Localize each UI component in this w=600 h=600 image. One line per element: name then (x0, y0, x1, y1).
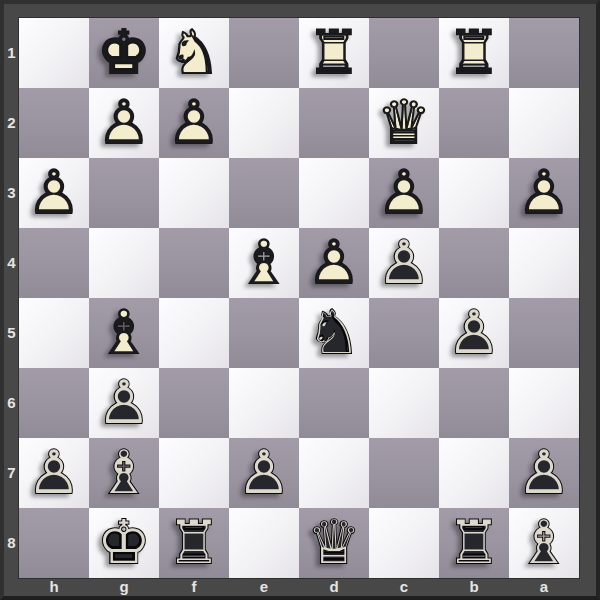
board: ♚♔♞♘♜♖♜♖♟♙♟♙♛♕♟♙♟♙♟♙♝♗♟♙♟♙♝♗♞♘♟♙♟♙♟♙♝♗♟♙… (19, 18, 579, 578)
piece-white-pawn-g2[interactable]: ♟♙ (89, 88, 159, 158)
piece-glyph-fill: ♟ (89, 368, 159, 438)
file-label-h: h (19, 578, 89, 596)
piece-white-bishop-e4[interactable]: ♝♗ (229, 228, 299, 298)
piece-glyph-outline: ♘ (159, 18, 229, 88)
piece-glyph-outline: ♗ (89, 298, 159, 368)
piece-glyph-outline: ♙ (19, 158, 89, 228)
file-label-g: g (89, 578, 159, 596)
piece-glyph-outline: ♙ (89, 368, 159, 438)
rank-label-3: 3 (4, 158, 19, 228)
piece-glyph-outline: ♙ (299, 228, 369, 298)
square-f8[interactable]: ♜♖ (159, 508, 229, 578)
rank-label-4: 4 (4, 228, 19, 298)
piece-white-pawn-f2[interactable]: ♟♙ (159, 88, 229, 158)
square-f7[interactable] (159, 438, 229, 508)
square-d5[interactable]: ♞♘ (299, 298, 369, 368)
square-h4[interactable] (19, 228, 89, 298)
square-c8[interactable] (369, 508, 439, 578)
rank-label-2: 2 (4, 88, 19, 158)
piece-black-rook-b8[interactable]: ♜♖ (439, 508, 509, 578)
square-g6[interactable]: ♟♙ (89, 368, 159, 438)
square-b8[interactable]: ♜♖ (439, 508, 509, 578)
piece-glyph-fill: ♝ (229, 228, 299, 298)
piece-glyph-fill: ♜ (159, 508, 229, 578)
square-d1[interactable]: ♜♖ (299, 18, 369, 88)
piece-glyph-outline: ♗ (229, 228, 299, 298)
square-f5[interactable] (159, 298, 229, 368)
piece-white-king-g1[interactable]: ♚♔ (89, 18, 159, 88)
piece-glyph-outline: ♕ (299, 508, 369, 578)
piece-glyph-fill: ♝ (509, 508, 579, 578)
piece-glyph-outline: ♙ (509, 158, 579, 228)
square-d8[interactable]: ♛♕ (299, 508, 369, 578)
piece-glyph-fill: ♚ (89, 18, 159, 88)
square-e6[interactable] (229, 368, 299, 438)
piece-glyph-fill: ♟ (229, 438, 299, 508)
file-label-f: f (159, 578, 229, 596)
square-h5[interactable] (19, 298, 89, 368)
piece-white-rook-d1[interactable]: ♜♖ (299, 18, 369, 88)
square-f4[interactable] (159, 228, 229, 298)
piece-glyph-outline: ♖ (439, 18, 509, 88)
piece-white-bishop-g5[interactable]: ♝♗ (89, 298, 159, 368)
file-label-b: b (439, 578, 509, 596)
square-g7[interactable]: ♝♗ (89, 438, 159, 508)
piece-glyph-fill: ♞ (159, 18, 229, 88)
square-a6[interactable] (509, 368, 579, 438)
piece-glyph-outline: ♖ (439, 508, 509, 578)
square-d2[interactable] (299, 88, 369, 158)
square-c7[interactable] (369, 438, 439, 508)
square-a7[interactable]: ♟♙ (509, 438, 579, 508)
square-a8[interactable]: ♝♗ (509, 508, 579, 578)
piece-glyph-fill: ♝ (89, 298, 159, 368)
piece-glyph-outline: ♙ (439, 298, 509, 368)
square-a4[interactable] (509, 228, 579, 298)
square-b6[interactable] (439, 368, 509, 438)
piece-glyph-fill: ♟ (19, 438, 89, 508)
piece-glyph-fill: ♜ (439, 508, 509, 578)
piece-glyph-fill: ♟ (369, 228, 439, 298)
piece-black-pawn-g6[interactable]: ♟♙ (89, 368, 159, 438)
square-e5[interactable] (229, 298, 299, 368)
square-e1[interactable] (229, 18, 299, 88)
piece-glyph-fill: ♟ (369, 158, 439, 228)
square-c4[interactable]: ♟♙ (369, 228, 439, 298)
rank-label-1: 1 (4, 18, 19, 88)
square-b3[interactable] (439, 158, 509, 228)
square-b1[interactable]: ♜♖ (439, 18, 509, 88)
piece-black-pawn-e7[interactable]: ♟♙ (229, 438, 299, 508)
piece-glyph-fill: ♛ (369, 88, 439, 158)
piece-glyph-fill: ♟ (299, 228, 369, 298)
piece-glyph-outline: ♔ (89, 508, 159, 578)
rank-label-6: 6 (4, 368, 19, 438)
square-b5[interactable]: ♟♙ (439, 298, 509, 368)
square-e2[interactable] (229, 88, 299, 158)
square-e7[interactable]: ♟♙ (229, 438, 299, 508)
rank-label-7: 7 (4, 438, 19, 508)
square-d6[interactable] (299, 368, 369, 438)
square-b4[interactable] (439, 228, 509, 298)
piece-glyph-outline: ♙ (19, 438, 89, 508)
piece-black-pawn-c4[interactable]: ♟♙ (369, 228, 439, 298)
piece-white-pawn-c3[interactable]: ♟♙ (369, 158, 439, 228)
square-d7[interactable] (299, 438, 369, 508)
square-h8[interactable] (19, 508, 89, 578)
piece-glyph-fill: ♟ (509, 158, 579, 228)
file-label-d: d (299, 578, 369, 596)
piece-glyph-fill: ♞ (299, 298, 369, 368)
chessboard-frame: ♚♔♞♘♜♖♜♖♟♙♟♙♛♕♟♙♟♙♟♙♝♗♟♙♟♙♝♗♞♘♟♙♟♙♟♙♝♗♟♙… (0, 0, 600, 600)
piece-glyph-fill: ♟ (159, 88, 229, 158)
square-c6[interactable] (369, 368, 439, 438)
square-f2[interactable]: ♟♙ (159, 88, 229, 158)
piece-glyph-outline: ♗ (89, 438, 159, 508)
piece-white-pawn-a3[interactable]: ♟♙ (509, 158, 579, 228)
square-b7[interactable] (439, 438, 509, 508)
piece-glyph-outline: ♙ (369, 228, 439, 298)
square-f1[interactable]: ♞♘ (159, 18, 229, 88)
piece-glyph-fill: ♛ (299, 508, 369, 578)
piece-white-rook-b1[interactable]: ♜♖ (439, 18, 509, 88)
piece-white-queen-c2[interactable]: ♛♕ (369, 88, 439, 158)
piece-glyph-outline: ♔ (89, 18, 159, 88)
piece-glyph-outline: ♖ (159, 508, 229, 578)
piece-glyph-fill: ♟ (509, 438, 579, 508)
square-h1[interactable] (19, 18, 89, 88)
square-f6[interactable] (159, 368, 229, 438)
square-c5[interactable] (369, 298, 439, 368)
piece-black-bishop-a8[interactable]: ♝♗ (509, 508, 579, 578)
square-a5[interactable] (509, 298, 579, 368)
piece-glyph-fill: ♜ (299, 18, 369, 88)
square-a3[interactable]: ♟♙ (509, 158, 579, 228)
square-d4[interactable]: ♟♙ (299, 228, 369, 298)
square-g2[interactable]: ♟♙ (89, 88, 159, 158)
square-d3[interactable] (299, 158, 369, 228)
piece-glyph-outline: ♗ (509, 508, 579, 578)
square-h7[interactable]: ♟♙ (19, 438, 89, 508)
piece-glyph-outline: ♙ (369, 158, 439, 228)
piece-black-queen-d8[interactable]: ♛♕ (299, 508, 369, 578)
square-g8[interactable]: ♚♔ (89, 508, 159, 578)
square-f3[interactable] (159, 158, 229, 228)
square-c1[interactable] (369, 18, 439, 88)
square-g1[interactable]: ♚♔ (89, 18, 159, 88)
square-c2[interactable]: ♛♕ (369, 88, 439, 158)
square-a2[interactable] (509, 88, 579, 158)
piece-glyph-fill: ♝ (89, 438, 159, 508)
file-label-c: c (369, 578, 439, 596)
piece-black-knight-d5[interactable]: ♞♘ (299, 298, 369, 368)
square-e8[interactable] (229, 508, 299, 578)
piece-black-pawn-h7[interactable]: ♟♙ (19, 438, 89, 508)
square-h3[interactable]: ♟♙ (19, 158, 89, 228)
file-label-e: e (229, 578, 299, 596)
square-e4[interactable]: ♝♗ (229, 228, 299, 298)
piece-black-king-g8[interactable]: ♚♔ (89, 508, 159, 578)
piece-glyph-outline: ♙ (509, 438, 579, 508)
piece-black-pawn-b5[interactable]: ♟♙ (439, 298, 509, 368)
piece-black-bishop-g7[interactable]: ♝♗ (89, 438, 159, 508)
square-g4[interactable] (89, 228, 159, 298)
piece-glyph-outline: ♙ (159, 88, 229, 158)
piece-glyph-fill: ♚ (89, 508, 159, 578)
rank-label-8: 8 (4, 508, 19, 578)
piece-white-pawn-d4[interactable]: ♟♙ (299, 228, 369, 298)
piece-black-pawn-a7[interactable]: ♟♙ (509, 438, 579, 508)
square-a1[interactable] (509, 18, 579, 88)
square-h6[interactable] (19, 368, 89, 438)
piece-glyph-outline: ♖ (299, 18, 369, 88)
piece-glyph-fill: ♜ (439, 18, 509, 88)
square-h2[interactable] (19, 88, 89, 158)
rank-label-5: 5 (4, 298, 19, 368)
file-label-a: a (509, 578, 579, 596)
piece-white-knight-f1[interactable]: ♞♘ (159, 18, 229, 88)
square-g5[interactable]: ♝♗ (89, 298, 159, 368)
square-b2[interactable] (439, 88, 509, 158)
piece-glyph-fill: ♟ (19, 158, 89, 228)
piece-glyph-outline: ♕ (369, 88, 439, 158)
piece-glyph-outline: ♙ (229, 438, 299, 508)
square-e3[interactable] (229, 158, 299, 228)
piece-glyph-fill: ♟ (89, 88, 159, 158)
piece-glyph-outline: ♙ (89, 88, 159, 158)
square-c3[interactable]: ♟♙ (369, 158, 439, 228)
piece-glyph-fill: ♟ (439, 298, 509, 368)
piece-glyph-outline: ♘ (299, 298, 369, 368)
square-g3[interactable] (89, 158, 159, 228)
piece-black-rook-f8[interactable]: ♜♖ (159, 508, 229, 578)
piece-white-pawn-h3[interactable]: ♟♙ (19, 158, 89, 228)
